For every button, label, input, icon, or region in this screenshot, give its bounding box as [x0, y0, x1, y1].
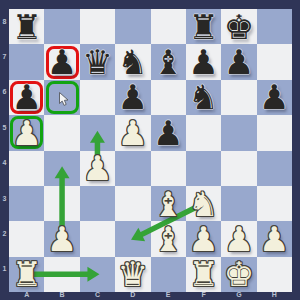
piece-black-pawn-g7[interactable]: ♟ — [221, 44, 256, 79]
rank-label-7: 7 — [0, 53, 9, 60]
piece-white-pawn-b2[interactable]: ♟ — [44, 221, 79, 256]
file-label-d: D — [115, 291, 150, 298]
rank-label-5: 5 — [0, 124, 9, 131]
cursor-pointer-shape — [60, 93, 69, 106]
file-label-g: G — [221, 291, 256, 298]
piece-white-pawn-a5[interactable]: ♟ — [9, 115, 44, 150]
file-label-f: F — [186, 291, 221, 298]
piece-white-pawn-h2[interactable]: ♟ — [257, 221, 292, 256]
piece-white-rook-a1[interactable]: ♜ — [9, 257, 44, 292]
rank-label-6: 6 — [0, 88, 9, 95]
rank-label-4: 4 — [0, 159, 9, 166]
piece-black-king-g8[interactable]: ♚ — [221, 9, 256, 44]
piece-white-bishop-e2[interactable]: ♝ — [151, 221, 186, 256]
file-label-b: B — [44, 291, 79, 298]
file-label-c: C — [80, 291, 115, 298]
chess-app-background: ♜♜♚♟♛♞♝♟♟♟♟♞♟♟♟♟♟♝♞♟♝♟♟♟♜♛♜♚ 87654321 AB… — [0, 0, 300, 300]
rank-coordinates: 87654321 — [0, 9, 9, 292]
piece-white-pawn-f2[interactable]: ♟ — [186, 221, 221, 256]
rank-label-2: 2 — [0, 230, 9, 237]
piece-white-bishop-e3[interactable]: ♝ — [151, 186, 186, 221]
piece-white-knight-f3[interactable]: ♞ — [186, 186, 221, 221]
piece-white-rook-f1[interactable]: ♜ — [186, 257, 221, 292]
piece-black-pawn-b7[interactable]: ♟ — [44, 44, 79, 79]
file-coordinates: ABCDEFGH — [9, 291, 292, 300]
chess-board[interactable]: ♜♜♚♟♛♞♝♟♟♟♟♞♟♟♟♟♟♝♞♟♝♟♟♟♜♛♜♚ — [9, 9, 292, 292]
piece-white-pawn-d5[interactable]: ♟ — [115, 115, 150, 150]
piece-black-pawn-f7[interactable]: ♟ — [186, 44, 221, 79]
pieces-layer: ♜♜♚♟♛♞♝♟♟♟♟♞♟♟♟♟♟♝♞♟♝♟♟♟♜♛♜♚ — [9, 9, 292, 292]
piece-black-pawn-d6[interactable]: ♟ — [115, 80, 150, 115]
file-label-h: H — [257, 291, 292, 298]
piece-black-rook-f8[interactable]: ♜ — [186, 9, 221, 44]
file-label-a: A — [9, 291, 44, 298]
piece-white-queen-d1[interactable]: ♛ — [115, 257, 150, 292]
piece-black-rook-a8[interactable]: ♜ — [9, 9, 44, 44]
piece-black-knight-d7[interactable]: ♞ — [115, 44, 150, 79]
file-label-e: E — [151, 291, 186, 298]
piece-black-pawn-e5[interactable]: ♟ — [151, 115, 186, 150]
piece-black-bishop-e7[interactable]: ♝ — [151, 44, 186, 79]
rank-label-3: 3 — [0, 195, 9, 202]
piece-black-pawn-a6[interactable]: ♟ — [9, 80, 44, 115]
piece-white-pawn-g2[interactable]: ♟ — [221, 221, 256, 256]
mouse-cursor-icon — [59, 92, 73, 110]
rank-label-1: 1 — [0, 265, 9, 272]
piece-black-pawn-h6[interactable]: ♟ — [257, 80, 292, 115]
rank-label-8: 8 — [0, 18, 9, 25]
piece-white-pawn-c4[interactable]: ♟ — [80, 151, 115, 186]
piece-white-king-g1[interactable]: ♚ — [221, 257, 256, 292]
piece-black-queen-c7[interactable]: ♛ — [80, 44, 115, 79]
piece-black-knight-f6[interactable]: ♞ — [186, 80, 221, 115]
